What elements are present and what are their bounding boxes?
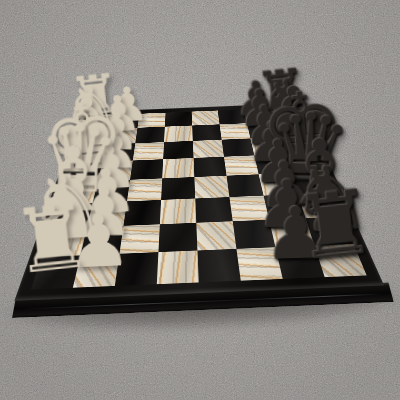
board-square — [233, 220, 276, 249]
board-square — [98, 161, 133, 182]
board-square — [291, 172, 332, 195]
board-square — [306, 217, 354, 246]
board-square — [73, 254, 120, 288]
board-square — [194, 176, 229, 199]
board-square — [298, 193, 342, 218]
board-square — [164, 125, 193, 142]
board-square — [106, 128, 137, 145]
board-square — [222, 138, 255, 156]
board-square — [115, 252, 159, 286]
board-square — [279, 136, 315, 154]
board-square — [161, 177, 195, 200]
board-square — [229, 196, 269, 222]
board-square — [102, 143, 135, 161]
board-square — [59, 181, 98, 204]
board-square — [66, 162, 103, 183]
board-square — [192, 124, 221, 141]
board-square — [80, 226, 123, 256]
board-square — [110, 114, 139, 129]
chess-set: ♜♞♝♛♚♝♞♜♟♟♟♟♟♟♟♟♟♟♟♟♟♟♟♟♜♞♝♛♚♝♞♜ — [0, 0, 400, 400]
board-square — [83, 115, 114, 130]
board-square — [197, 249, 240, 283]
chess-board-grid — [31, 107, 367, 289]
board-square — [195, 197, 232, 223]
board-square — [165, 112, 192, 127]
board-square — [78, 129, 110, 146]
board-square — [270, 107, 302, 122]
board-square — [194, 157, 227, 177]
board-square — [93, 180, 130, 203]
board-square — [193, 140, 224, 158]
board-square — [160, 198, 196, 224]
board-square — [227, 174, 264, 197]
board-square — [130, 159, 163, 179]
board-square — [119, 224, 159, 253]
board-square — [218, 109, 247, 124]
board-square — [162, 158, 194, 178]
board-square — [285, 153, 323, 173]
board-square — [72, 145, 106, 164]
board-square — [220, 123, 251, 139]
board-square — [123, 200, 161, 226]
board-square — [157, 250, 199, 284]
board-square — [163, 141, 193, 159]
board-square — [87, 201, 127, 227]
board-square — [127, 178, 162, 201]
board-square — [135, 127, 165, 144]
board-square — [224, 155, 259, 175]
photo-stage: ♜♞♝♛♚♝♞♜♟♟♟♟♟♟♟♟♟♟♟♟♟♟♟♟♜♞♝♛♚♝♞♜ — [0, 0, 400, 400]
board-square — [192, 110, 220, 125]
board-square — [196, 221, 236, 250]
board-square — [158, 223, 197, 252]
board-square — [274, 121, 308, 137]
board-square — [314, 244, 366, 277]
board-square — [137, 113, 165, 128]
chess-board — [14, 103, 384, 301]
board-square — [133, 142, 164, 160]
